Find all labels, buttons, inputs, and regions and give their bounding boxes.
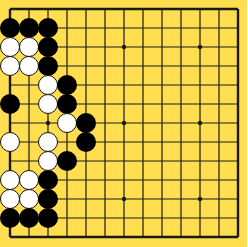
board-point-h3[interactable] (134, 38, 153, 57)
board-point-f3[interactable] (96, 38, 115, 57)
stone-layer: ●●●○○●○○●○●●○●○●○○●○●○○●○○●●●● (1, 0, 248, 247)
black-stone: ● (76, 113, 96, 133)
board-point-f6[interactable] (96, 95, 115, 114)
board-point-b12[interactable]: ● (20, 209, 39, 228)
black-stone: ● (38, 37, 58, 57)
board-point-h9[interactable] (134, 152, 153, 171)
board-point-c9[interactable]: ○ (39, 152, 58, 171)
board-point-e1[interactable] (77, 0, 96, 19)
board-point-d10[interactable] (58, 171, 77, 190)
board-point-i4[interactable] (153, 57, 172, 76)
black-stone: ● (57, 151, 77, 171)
board-point-k6[interactable] (191, 95, 210, 114)
board-point-l7[interactable] (210, 114, 229, 133)
board-point-h8[interactable] (134, 133, 153, 152)
board-point-e7[interactable]: ● (77, 114, 96, 133)
board-point-e5[interactable] (77, 76, 96, 95)
board-point-g9[interactable] (115, 152, 134, 171)
board-point-g8[interactable] (115, 133, 134, 152)
board-point-c13[interactable] (39, 228, 58, 247)
board-point-h10[interactable] (134, 171, 153, 190)
board-point-a2[interactable]: ● (1, 19, 20, 38)
black-stone: ● (38, 189, 58, 209)
black-stone: ● (57, 94, 77, 114)
board-point-k8[interactable] (191, 133, 210, 152)
board-point-e3[interactable] (77, 38, 96, 57)
board-point-m12[interactable] (229, 209, 248, 228)
board-point-d13[interactable] (58, 228, 77, 247)
board-point-d5[interactable]: ● (58, 76, 77, 95)
white-stone: ○ (0, 56, 20, 76)
board-point-m10[interactable] (229, 171, 248, 190)
board-point-i1[interactable] (153, 0, 172, 19)
board-point-a4[interactable]: ○ (1, 57, 20, 76)
board-point-a8[interactable]: ○ (1, 133, 20, 152)
board-point-k3[interactable] (191, 38, 210, 57)
board-point-f8[interactable] (96, 133, 115, 152)
black-stone: ● (0, 208, 20, 228)
black-stone: ● (19, 208, 39, 228)
board-point-b2[interactable]: ● (20, 19, 39, 38)
board-point-c5[interactable]: ○ (39, 76, 58, 95)
board-point-i3[interactable] (153, 38, 172, 57)
board-point-g11[interactable] (115, 190, 134, 209)
white-stone: ○ (38, 94, 58, 114)
board-point-m1[interactable] (229, 0, 248, 19)
board-point-j12[interactable] (172, 209, 191, 228)
board-point-i12[interactable] (153, 209, 172, 228)
board-point-e4[interactable] (77, 57, 96, 76)
board-point-h7[interactable] (134, 114, 153, 133)
board-point-i11[interactable] (153, 190, 172, 209)
board-point-g7[interactable] (115, 114, 134, 133)
board-point-j7[interactable] (172, 114, 191, 133)
board-point-j8[interactable] (172, 133, 191, 152)
board-point-d6[interactable]: ● (58, 95, 77, 114)
black-stone: ● (38, 18, 58, 38)
white-stone: ○ (0, 170, 20, 190)
board-point-f13[interactable] (96, 228, 115, 247)
board-point-d12[interactable] (58, 209, 77, 228)
board-point-l2[interactable] (210, 19, 229, 38)
board-point-e2[interactable] (77, 19, 96, 38)
board-point-j1[interactable] (172, 0, 191, 19)
board-point-h13[interactable] (134, 228, 153, 247)
board-point-i8[interactable] (153, 133, 172, 152)
board-point-g2[interactable] (115, 19, 134, 38)
board-point-b8[interactable] (20, 133, 39, 152)
board-point-l12[interactable] (210, 209, 229, 228)
board-point-k11[interactable] (191, 190, 210, 209)
board-point-a12[interactable]: ● (1, 209, 20, 228)
board-point-k1[interactable] (191, 0, 210, 19)
board-point-i6[interactable] (153, 95, 172, 114)
board-point-c6[interactable]: ○ (39, 95, 58, 114)
board-point-m13[interactable] (229, 228, 248, 247)
white-stone: ○ (19, 170, 39, 190)
board-point-b13[interactable] (20, 228, 39, 247)
board-point-f2[interactable] (96, 19, 115, 38)
white-stone: ○ (38, 151, 58, 171)
board-point-i7[interactable] (153, 114, 172, 133)
board-point-j9[interactable] (172, 152, 191, 171)
board-point-c11[interactable]: ● (39, 190, 58, 209)
board-point-m11[interactable] (229, 190, 248, 209)
board-point-h11[interactable] (134, 190, 153, 209)
board-point-c12[interactable]: ● (39, 209, 58, 228)
board-point-m6[interactable] (229, 95, 248, 114)
board-point-a5[interactable] (1, 76, 20, 95)
black-stone: ● (57, 75, 77, 95)
board-point-h12[interactable] (134, 209, 153, 228)
board-point-c3[interactable]: ● (39, 38, 58, 57)
board-point-j11[interactable] (172, 190, 191, 209)
board-point-j13[interactable] (172, 228, 191, 247)
board-point-l6[interactable] (210, 95, 229, 114)
black-stone: ● (38, 170, 58, 190)
board-point-e11[interactable] (77, 190, 96, 209)
white-stone: ○ (19, 189, 39, 209)
board-point-g5[interactable] (115, 76, 134, 95)
board-point-l1[interactable] (210, 0, 229, 19)
board-point-m5[interactable] (229, 76, 248, 95)
board-point-l8[interactable] (210, 133, 229, 152)
board-point-g6[interactable] (115, 95, 134, 114)
board-point-a6[interactable]: ● (1, 95, 20, 114)
board-point-a7[interactable] (1, 114, 20, 133)
board-point-j10[interactable] (172, 171, 191, 190)
board-point-a13[interactable] (1, 228, 20, 247)
black-stone: ● (0, 94, 20, 114)
board-point-j4[interactable] (172, 57, 191, 76)
board-point-d4[interactable] (58, 57, 77, 76)
board-point-j6[interactable] (172, 95, 191, 114)
board-point-l11[interactable] (210, 190, 229, 209)
board-point-b1[interactable] (20, 0, 39, 19)
board-point-l13[interactable] (210, 228, 229, 247)
board-point-g12[interactable] (115, 209, 134, 228)
board-point-d9[interactable]: ● (58, 152, 77, 171)
board-point-k4[interactable] (191, 57, 210, 76)
board-point-b7[interactable] (20, 114, 39, 133)
board-point-f4[interactable] (96, 57, 115, 76)
board-point-l3[interactable] (210, 38, 229, 57)
board-point-l5[interactable] (210, 76, 229, 95)
board-point-a10[interactable]: ○ (1, 171, 20, 190)
board-point-l4[interactable] (210, 57, 229, 76)
board-point-l10[interactable] (210, 171, 229, 190)
white-stone: ○ (38, 75, 58, 95)
white-stone: ○ (38, 132, 58, 152)
board-point-b11[interactable]: ○ (20, 190, 39, 209)
board-point-c8[interactable]: ○ (39, 133, 58, 152)
board-point-h5[interactable] (134, 76, 153, 95)
board-point-e12[interactable] (77, 209, 96, 228)
white-stone: ○ (57, 113, 77, 133)
board-point-b4[interactable]: ○ (20, 57, 39, 76)
board-point-f5[interactable] (96, 76, 115, 95)
board-point-k7[interactable] (191, 114, 210, 133)
board-point-f12[interactable] (96, 209, 115, 228)
go-diagram: ●●●○○●○○●○●●○●○●○○●○●○○●○○●●●● (0, 0, 247, 247)
board-point-c2[interactable]: ● (39, 19, 58, 38)
white-stone: ○ (0, 132, 20, 152)
board-point-f11[interactable] (96, 190, 115, 209)
board-point-e8[interactable]: ● (77, 133, 96, 152)
white-stone: ○ (0, 37, 20, 57)
black-stone: ● (0, 18, 20, 38)
board-point-c1[interactable] (39, 0, 58, 19)
board-point-g10[interactable] (115, 171, 134, 190)
board-point-k5[interactable] (191, 76, 210, 95)
white-stone: ○ (19, 37, 39, 57)
board-point-j3[interactable] (172, 38, 191, 57)
board-point-m9[interactable] (229, 152, 248, 171)
board-point-a9[interactable] (1, 152, 20, 171)
board-point-f9[interactable] (96, 152, 115, 171)
board-point-b9[interactable] (20, 152, 39, 171)
board-point-f10[interactable] (96, 171, 115, 190)
board-point-j2[interactable] (172, 19, 191, 38)
board-point-b6[interactable] (20, 95, 39, 114)
board-point-b3[interactable]: ○ (20, 38, 39, 57)
board-point-m4[interactable] (229, 57, 248, 76)
board-point-i13[interactable] (153, 228, 172, 247)
board-point-i9[interactable] (153, 152, 172, 171)
board-point-a1[interactable] (1, 0, 20, 19)
board-point-h2[interactable] (134, 19, 153, 38)
board-point-i10[interactable] (153, 171, 172, 190)
board-point-m8[interactable] (229, 133, 248, 152)
board-point-l9[interactable] (210, 152, 229, 171)
board-point-k9[interactable] (191, 152, 210, 171)
board-point-e6[interactable] (77, 95, 96, 114)
board-point-h4[interactable] (134, 57, 153, 76)
board-point-e13[interactable] (77, 228, 96, 247)
board-point-m7[interactable] (229, 114, 248, 133)
board-point-m3[interactable] (229, 38, 248, 57)
board-point-d3[interactable] (58, 38, 77, 57)
board-point-c4[interactable]: ● (39, 57, 58, 76)
board-point-a11[interactable]: ○ (1, 190, 20, 209)
go-board: ●●●○○●○○●○●●○●○●○○●○●○○●○○●●●● (0, 0, 247, 247)
board-point-d11[interactable] (58, 190, 77, 209)
board-point-i5[interactable] (153, 76, 172, 95)
board-point-i2[interactable] (153, 19, 172, 38)
board-point-b10[interactable]: ○ (20, 171, 39, 190)
black-stone: ● (76, 132, 96, 152)
board-point-g1[interactable] (115, 0, 134, 19)
board-point-e9[interactable] (77, 152, 96, 171)
board-point-d8[interactable] (58, 133, 77, 152)
board-point-a3[interactable]: ○ (1, 38, 20, 57)
black-stone: ● (19, 18, 39, 38)
board-point-e10[interactable] (77, 171, 96, 190)
board-point-k2[interactable] (191, 19, 210, 38)
board-point-b5[interactable] (20, 76, 39, 95)
board-point-d2[interactable] (58, 19, 77, 38)
board-point-m2[interactable] (229, 19, 248, 38)
black-stone: ● (38, 56, 58, 76)
board-point-g13[interactable] (115, 228, 134, 247)
white-stone: ○ (19, 56, 39, 76)
board-point-c10[interactable]: ● (39, 171, 58, 190)
black-stone: ● (38, 208, 58, 228)
board-point-k13[interactable] (191, 228, 210, 247)
board-point-g4[interactable] (115, 57, 134, 76)
board-point-g3[interactable] (115, 38, 134, 57)
board-point-d7[interactable]: ○ (58, 114, 77, 133)
board-point-j5[interactable] (172, 76, 191, 95)
board-point-c7[interactable] (39, 114, 58, 133)
board-point-d1[interactable] (58, 0, 77, 19)
board-point-f7[interactable] (96, 114, 115, 133)
board-point-f1[interactable] (96, 0, 115, 19)
board-point-h1[interactable] (134, 0, 153, 19)
board-point-k10[interactable] (191, 171, 210, 190)
board-point-k12[interactable] (191, 209, 210, 228)
white-stone: ○ (0, 189, 20, 209)
board-point-h6[interactable] (134, 95, 153, 114)
